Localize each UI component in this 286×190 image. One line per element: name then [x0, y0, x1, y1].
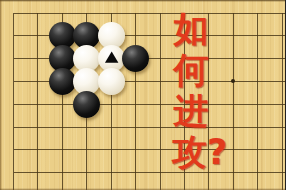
caption-line: 进 — [172, 91, 210, 132]
caption-line: 攻? — [172, 132, 210, 173]
grid-line-horizontal — [14, 104, 286, 105]
caption-overlay: 如何进攻? — [172, 9, 210, 173]
grid-line-vertical — [233, 13, 234, 190]
black-stone — [73, 91, 100, 118]
grid-line-vertical — [135, 13, 136, 190]
grid-line-vertical — [160, 13, 161, 190]
grid-line-horizontal — [14, 149, 286, 150]
grid-line-vertical — [282, 13, 283, 190]
last-move-triangle-marker — [105, 51, 119, 63]
black-stone — [122, 45, 149, 72]
grid-line-vertical — [13, 13, 14, 190]
black-stone — [49, 68, 76, 95]
caption-line: 如 — [172, 9, 210, 50]
wood-texture — [0, 0, 285, 190]
grid-line-horizontal — [14, 127, 286, 128]
grid-line-vertical — [257, 13, 258, 190]
grid-line-horizontal — [14, 172, 286, 173]
white-stone — [98, 68, 125, 95]
go-board: 如何进攻? — [0, 0, 285, 190]
grid-line-horizontal — [14, 13, 286, 14]
caption-line: 何 — [172, 50, 210, 91]
grid-line-vertical — [37, 13, 38, 190]
